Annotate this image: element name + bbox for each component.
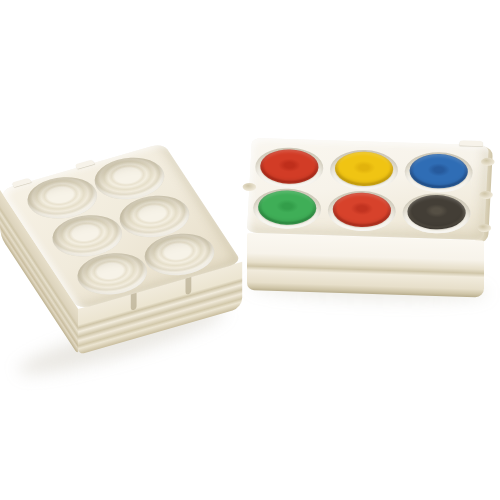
paint-well	[252, 188, 322, 230]
edge-notch	[477, 224, 491, 232]
edge-tab	[11, 178, 31, 187]
edge-notch	[242, 183, 256, 191]
paint-stack-side-front	[247, 233, 484, 297]
paint-disc-red	[259, 149, 319, 185]
paint-well	[327, 190, 397, 232]
paint-palette-tray-top	[247, 138, 489, 240]
product-photo	[0, 0, 500, 500]
paint-disc-green	[257, 190, 317, 226]
paint-disc-blue	[409, 153, 469, 189]
stacking-slot	[186, 276, 192, 295]
edge-tab	[460, 140, 484, 146]
paint-disc-red	[332, 192, 392, 228]
paint-disc-yellow	[334, 151, 394, 187]
stacking-slot	[131, 292, 137, 311]
paint-well	[329, 149, 399, 191]
paint-well	[404, 151, 474, 193]
paint-disc-black	[407, 194, 467, 230]
paint-well	[402, 192, 472, 234]
edge-notch	[479, 191, 493, 199]
edge-notch	[481, 158, 495, 166]
edge-tab	[75, 160, 95, 169]
paint-well	[254, 147, 324, 189]
